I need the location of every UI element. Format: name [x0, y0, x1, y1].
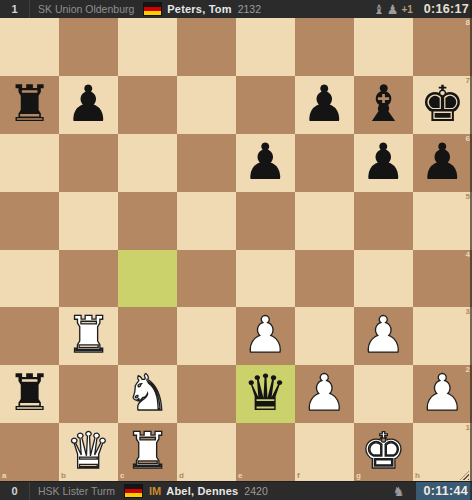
- square-b2: [59, 365, 118, 423]
- square-e3: ♟: [236, 307, 295, 365]
- square-g2: [354, 365, 413, 423]
- file-label-g: g: [356, 472, 361, 480]
- square-g7: ♝: [354, 76, 413, 134]
- black-rook-a2: ♜: [7, 368, 52, 418]
- square-h2: 2♟: [413, 365, 472, 423]
- square-e8: [236, 18, 295, 76]
- white-king-g1: ♚: [361, 426, 406, 476]
- rank-label-2: 2: [466, 366, 470, 374]
- file-label-f: f: [297, 472, 300, 480]
- black-pawn-b7: ♟: [66, 79, 111, 129]
- square-a8: [0, 18, 59, 76]
- square-b4: [59, 250, 118, 308]
- black-rook-a7: ♜: [7, 79, 52, 129]
- rank-label-4: 4: [466, 251, 470, 259]
- white-team-name: HSK Lister Turm: [38, 485, 115, 497]
- square-h8: 8: [413, 18, 472, 76]
- white-rook-b3: ♜: [66, 310, 111, 360]
- white-pawn-h2: ♟: [420, 368, 465, 418]
- germany-flag-icon: [125, 485, 142, 497]
- white-player-title: IM: [149, 485, 161, 497]
- file-label-d: d: [179, 472, 184, 480]
- black-clock: 0:16:17: [424, 2, 469, 16]
- square-f7: ♟: [295, 76, 354, 134]
- live-chess-viewer: 1 SK Union Oldenburg Peters, Tom 2132 ♝ …: [0, 0, 472, 500]
- white-pawn-e3: ♟: [243, 310, 288, 360]
- file-label-c: c: [120, 472, 124, 480]
- germany-flag-icon: [144, 3, 161, 15]
- black-team-name: SK Union Oldenburg: [38, 3, 134, 15]
- square-d2: [177, 365, 236, 423]
- square-c4: [118, 250, 177, 308]
- square-a3: [0, 307, 59, 365]
- bishop-icon: ♝: [373, 3, 385, 16]
- black-king-h7: ♚: [420, 79, 465, 129]
- square-c5: [118, 192, 177, 250]
- white-clock-active: 0:11:44: [416, 482, 472, 500]
- square-a1: a: [0, 423, 59, 481]
- square-h6: 6♟: [413, 134, 472, 192]
- file-label-b: b: [61, 472, 66, 480]
- square-h4: 4: [413, 250, 472, 308]
- square-g5: [354, 192, 413, 250]
- square-a6: [0, 134, 59, 192]
- square-g6: ♟: [354, 134, 413, 192]
- file-label-e: e: [238, 472, 242, 480]
- square-e2: ♛: [236, 365, 295, 423]
- square-c8: [118, 18, 177, 76]
- black-player-name: Peters, Tom: [167, 3, 231, 15]
- square-f6: [295, 134, 354, 192]
- square-e4: [236, 250, 295, 308]
- square-a2: ♜: [0, 365, 59, 423]
- board-number: 1: [0, 0, 30, 18]
- square-e7: [236, 76, 295, 134]
- white-player-name: Abel, Dennes: [166, 485, 238, 497]
- pawn-icon: ♟: [387, 3, 399, 16]
- match-score: 0: [0, 482, 30, 500]
- square-a4: [0, 250, 59, 308]
- square-c7: [118, 76, 177, 134]
- square-f8: [295, 18, 354, 76]
- square-a5: [0, 192, 59, 250]
- square-b8: [59, 18, 118, 76]
- square-f5: [295, 192, 354, 250]
- square-d7: [177, 76, 236, 134]
- white-rook-c1: ♜: [125, 426, 170, 476]
- square-b3: ♜: [59, 307, 118, 365]
- white-pawn-f2: ♟: [302, 368, 347, 418]
- white-pawn-g3: ♟: [361, 310, 406, 360]
- rank-label-8: 8: [466, 19, 470, 27]
- square-e6: ♟: [236, 134, 295, 192]
- square-e5: [236, 192, 295, 250]
- square-d6: [177, 134, 236, 192]
- square-b5: [59, 192, 118, 250]
- rank-label-3: 3: [466, 308, 470, 316]
- square-e1: e: [236, 423, 295, 481]
- black-pawn-f7: ♟: [302, 79, 347, 129]
- black-player-rating: 2132: [238, 3, 261, 15]
- rank-label-1: 1: [466, 424, 470, 432]
- square-h7: 7♚: [413, 76, 472, 134]
- square-b6: [59, 134, 118, 192]
- material-advantage-badge: +1: [401, 4, 412, 15]
- square-c3: [118, 307, 177, 365]
- square-f3: [295, 307, 354, 365]
- file-label-a: a: [2, 472, 6, 480]
- square-g8: [354, 18, 413, 76]
- square-f4: [295, 250, 354, 308]
- black-bishop-g7: ♝: [361, 79, 406, 129]
- square-b7: ♟: [59, 76, 118, 134]
- square-h3: 3: [413, 307, 472, 365]
- rank-label-7: 7: [466, 77, 470, 85]
- square-a7: ♜: [0, 76, 59, 134]
- square-g3: ♟: [354, 307, 413, 365]
- square-h5: 5: [413, 192, 472, 250]
- chess-board: 8♜♟♟♝7♚♟♟6♟54♜♟♟3♜♞♛♟2♟ab♛c♜defg♚h1: [0, 18, 472, 481]
- file-label-h: h: [415, 472, 420, 480]
- square-g1: g♚: [354, 423, 413, 481]
- square-b1: b♛: [59, 423, 118, 481]
- square-d3: [177, 307, 236, 365]
- knight-icon: ♞: [393, 485, 405, 498]
- square-h1: h1: [413, 423, 472, 481]
- square-f1: f: [295, 423, 354, 481]
- white-knight-c2: ♞: [125, 368, 170, 418]
- square-d8: [177, 18, 236, 76]
- white-player-rating: 2420: [244, 485, 267, 497]
- white-material-tray: ♞: [391, 485, 405, 498]
- square-f2: ♟: [295, 365, 354, 423]
- black-queen-e2: ♛: [243, 368, 288, 418]
- square-d5: [177, 192, 236, 250]
- black-pawn-g6: ♟: [361, 137, 406, 187]
- white-queen-b1: ♛: [66, 426, 111, 476]
- square-g4: [354, 250, 413, 308]
- bottom-bar: 0 HSK Lister Turm IM Abel, Dennes 2420 ♞…: [0, 481, 472, 500]
- black-pawn-h6: ♟: [420, 137, 465, 187]
- square-c6: [118, 134, 177, 192]
- black-pawn-e6: ♟: [243, 137, 288, 187]
- top-bar: 1 SK Union Oldenburg Peters, Tom 2132 ♝ …: [0, 0, 472, 18]
- rank-label-6: 6: [466, 135, 470, 143]
- square-c1: c♜: [118, 423, 177, 481]
- square-d4: [177, 250, 236, 308]
- square-c2: ♞: [118, 365, 177, 423]
- rank-label-5: 5: [466, 193, 470, 201]
- square-d1: d: [177, 423, 236, 481]
- black-material-tray: ♝ ♟ +1: [371, 3, 413, 16]
